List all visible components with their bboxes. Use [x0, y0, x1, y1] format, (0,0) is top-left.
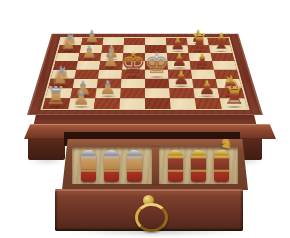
piece-white-pawn-b6: ♟: [82, 43, 97, 60]
board-perspective: ♟♟♞♟♜♝♟♟♟♟♟♚♚♞♟♟♟♟♞♜♟♜: [0, 0, 290, 238]
square-b6: ♟: [78, 53, 101, 61]
piece-black-pawn-f3: ♟: [173, 69, 190, 88]
square-a7: ♞: [58, 45, 81, 53]
square-f3: ♟: [169, 79, 194, 89]
square-d8: [124, 38, 145, 45]
piece-white-pawn-c5: ♟: [103, 51, 119, 69]
square-c1: [94, 98, 120, 109]
piece-white-rook-a1: ♜: [45, 83, 67, 108]
square-b5: [76, 61, 100, 70]
square-e4: ♚: [145, 70, 169, 79]
board-grid: ♟♟♞♟♜♝♟♟♟♟♟♚♚♞♟♟♟♟♞♜♟♜: [43, 38, 248, 109]
piece-black-king-d4: ♚: [120, 49, 146, 78]
square-e8: [145, 38, 166, 45]
square-h7: ♝: [209, 45, 232, 53]
piece-white-pawn-c2: ♟: [99, 78, 116, 97]
piece-white-knight-a7: ♞: [59, 30, 79, 52]
square-d4: ♚: [121, 70, 145, 79]
piece-white-pawn-b1: ♟: [72, 88, 90, 108]
chess-set-photo: ♞ ♟♟♞♟♜♝♟♟♟♟♟♚♚♞♟♟♟♟♞♜♟♜: [0, 0, 290, 238]
square-f2: [169, 88, 195, 98]
square-e3: [145, 79, 169, 89]
square-d2: [120, 88, 145, 98]
square-g1: [195, 98, 222, 109]
square-g5: ♟: [190, 61, 214, 70]
square-d3: [121, 79, 145, 89]
piece-white-king-e4: ♚: [144, 49, 170, 78]
piece-black-pawn-g2: ♟: [198, 78, 215, 97]
square-h1: ♜: [220, 98, 248, 109]
square-g2: ♟: [193, 88, 219, 98]
piece-black-rook-h1: ♜: [223, 83, 245, 108]
square-b1: ♟: [68, 98, 95, 109]
square-c5: ♟: [99, 61, 123, 70]
piece-black-bishop-h7: ♝: [211, 30, 231, 52]
square-h5: [212, 61, 237, 70]
chess-board: ♟♟♞♟♜♝♟♟♟♟♟♚♚♞♟♟♟♟♞♜♟♜: [27, 34, 263, 115]
square-f1: [170, 98, 196, 109]
square-e1: [145, 98, 171, 109]
square-d1: [119, 98, 145, 109]
square-a6: [55, 53, 79, 61]
piece-black-pawn-g5: ♟: [194, 51, 210, 69]
square-a1: ♜: [43, 98, 71, 109]
square-c2: ♟: [95, 88, 121, 98]
square-e2: [145, 88, 170, 98]
square-h6: [210, 53, 234, 61]
